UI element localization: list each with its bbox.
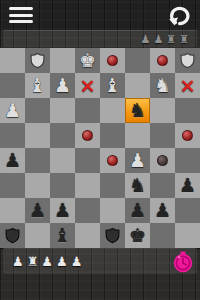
- square-f2[interactable]: ♟: [125, 198, 150, 223]
- captured-pawn: ♟: [141, 34, 151, 45]
- top-bar: [0, 0, 200, 30]
- captured-pawn: ♟: [71, 255, 83, 268]
- black-pawn-piece: ♟: [175, 173, 200, 198]
- undo-button[interactable]: [167, 4, 193, 27]
- capture-x-marker: ✕: [75, 73, 100, 98]
- square-h7[interactable]: ✕: [175, 73, 200, 98]
- square-h2[interactable]: [175, 198, 200, 223]
- square-e8[interactable]: [100, 48, 125, 73]
- square-e7[interactable]: ♝: [100, 73, 125, 98]
- black-pawn-piece: ♟: [50, 198, 75, 223]
- square-h5[interactable]: [175, 123, 200, 148]
- square-g8[interactable]: [150, 48, 175, 73]
- black-pawn-piece: ♟: [150, 198, 175, 223]
- square-g7[interactable]: ♞: [150, 73, 175, 98]
- square-b2[interactable]: ♟: [25, 198, 50, 223]
- square-f6[interactable]: ♞: [125, 98, 150, 123]
- black-knight-piece: ♞: [125, 98, 150, 123]
- black-pawn-piece: ♟: [0, 148, 25, 173]
- white-king-piece: ♚: [75, 48, 100, 73]
- black-pawn-piece: ♟: [25, 198, 50, 223]
- square-b3[interactable]: [25, 173, 50, 198]
- square-f1[interactable]: ♚: [125, 223, 150, 248]
- square-h3[interactable]: ♟: [175, 173, 200, 198]
- square-d1[interactable]: [75, 223, 100, 248]
- square-b5[interactable]: [25, 123, 50, 148]
- black-shield-piece: [0, 223, 25, 248]
- square-g2[interactable]: ♟: [150, 198, 175, 223]
- square-h1[interactable]: [175, 223, 200, 248]
- square-g6[interactable]: [150, 98, 175, 123]
- square-h6[interactable]: [175, 98, 200, 123]
- square-a3[interactable]: [0, 173, 25, 198]
- square-h8[interactable]: [175, 48, 200, 73]
- capture-x-marker: ✕: [175, 73, 200, 98]
- captured-tray-bottom: ♟♜♟♟♟: [3, 248, 197, 274]
- move-dot-marker: [100, 148, 125, 173]
- stopwatch-icon: [171, 250, 195, 274]
- square-f4[interactable]: ♟: [125, 148, 150, 173]
- captured-rook: ♜: [179, 34, 189, 45]
- menu-button[interactable]: [9, 7, 35, 24]
- square-b6[interactable]: [25, 98, 50, 123]
- captured-rook: ♜: [27, 255, 39, 268]
- chess-app-screen: ♟♟♜♜ ♚♝♟✕♝♞✕♟♞♟♟♞♟♟♟♟♟♝♚ ♟♜♟♟♟: [0, 0, 200, 300]
- white-knight-piece: ♞: [150, 73, 175, 98]
- captured-pawn: ♟: [153, 34, 163, 45]
- square-a5[interactable]: [0, 123, 25, 148]
- hamburger-icon: [9, 7, 33, 10]
- white-pawn-piece: ♟: [125, 148, 150, 173]
- square-c2[interactable]: ♟: [50, 198, 75, 223]
- white-shield-piece: [25, 48, 50, 73]
- square-f8[interactable]: [125, 48, 150, 73]
- captured-tray-top: ♟♟♜♜: [3, 30, 197, 47]
- square-e4[interactable]: [100, 148, 125, 173]
- square-f3[interactable]: ♞: [125, 173, 150, 198]
- move-dot-marker: [150, 48, 175, 73]
- square-g1[interactable]: [150, 223, 175, 248]
- captured-pawn: ♟: [56, 255, 68, 268]
- square-e6[interactable]: [100, 98, 125, 123]
- black-pawn-piece: ♟: [125, 198, 150, 223]
- square-d5[interactable]: [75, 123, 100, 148]
- move-dot-marker: [100, 48, 125, 73]
- clock-button[interactable]: [171, 250, 195, 274]
- white-pawn-piece: ♟: [50, 73, 75, 98]
- move-dot-dark-marker: [150, 148, 175, 173]
- square-d8[interactable]: ♚: [75, 48, 100, 73]
- square-h4[interactable]: [175, 148, 200, 173]
- white-bishop-piece: ♝: [25, 73, 50, 98]
- square-e5[interactable]: [100, 123, 125, 148]
- square-f7[interactable]: [125, 73, 150, 98]
- move-dot-marker: [175, 123, 200, 148]
- black-king-piece: ♚: [125, 223, 150, 248]
- white-pawn-piece: ♟: [0, 98, 25, 123]
- move-dot-marker: [75, 123, 100, 148]
- square-a8[interactable]: [0, 48, 25, 73]
- square-d4[interactable]: [75, 148, 100, 173]
- square-a1[interactable]: [0, 223, 25, 248]
- black-knight-piece: ♞: [125, 173, 150, 198]
- square-a2[interactable]: [0, 198, 25, 223]
- square-g3[interactable]: [150, 173, 175, 198]
- square-d3[interactable]: [75, 173, 100, 198]
- square-b7[interactable]: ♝: [25, 73, 50, 98]
- square-d7[interactable]: ✕: [75, 73, 100, 98]
- square-e3[interactable]: [100, 173, 125, 198]
- square-c3[interactable]: [50, 173, 75, 198]
- square-a7[interactable]: [0, 73, 25, 98]
- square-g4[interactable]: [150, 148, 175, 173]
- square-g5[interactable]: [150, 123, 175, 148]
- square-c6[interactable]: [50, 98, 75, 123]
- square-b8[interactable]: [25, 48, 50, 73]
- square-e2[interactable]: [100, 198, 125, 223]
- square-b1[interactable]: [25, 223, 50, 248]
- chess-board: ♚♝♟✕♝♞✕♟♞♟♟♞♟♟♟♟♟♝♚: [0, 48, 200, 249]
- square-c1[interactable]: ♝: [50, 223, 75, 248]
- square-d2[interactable]: [75, 198, 100, 223]
- square-a6[interactable]: ♟: [0, 98, 25, 123]
- undo-arrow-icon: [167, 4, 193, 27]
- white-shield-piece: [175, 48, 200, 73]
- captured-pawn: ♟: [12, 255, 24, 268]
- square-b4[interactable]: [25, 148, 50, 173]
- captured-pawn: ♟: [41, 255, 53, 268]
- square-e1[interactable]: [100, 223, 125, 248]
- black-shield-piece: [100, 223, 125, 248]
- captured-rook: ♜: [166, 34, 176, 45]
- square-c7[interactable]: ♟: [50, 73, 75, 98]
- square-c4[interactable]: [50, 148, 75, 173]
- square-f5[interactable]: [125, 123, 150, 148]
- square-c8[interactable]: [50, 48, 75, 73]
- black-bishop-piece: ♝: [50, 223, 75, 248]
- square-c5[interactable]: [50, 123, 75, 148]
- square-a4[interactable]: ♟: [0, 148, 25, 173]
- square-d6[interactable]: [75, 98, 100, 123]
- white-bishop-piece: ♝: [100, 73, 125, 98]
